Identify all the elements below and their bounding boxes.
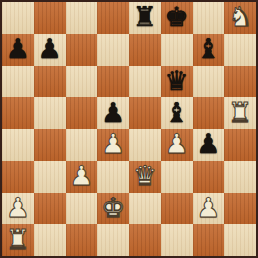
square-g1[interactable] bbox=[193, 224, 225, 256]
square-c5[interactable] bbox=[66, 97, 98, 129]
square-a7[interactable]: ♟ bbox=[2, 34, 34, 66]
square-b2[interactable] bbox=[34, 193, 66, 225]
square-h6[interactable] bbox=[224, 66, 256, 98]
square-b4[interactable] bbox=[34, 129, 66, 161]
square-d2[interactable]: ♚ bbox=[97, 193, 129, 225]
square-b5[interactable] bbox=[34, 97, 66, 129]
square-b3[interactable] bbox=[34, 161, 66, 193]
square-d3[interactable] bbox=[97, 161, 129, 193]
square-a4[interactable] bbox=[2, 129, 34, 161]
square-a2[interactable]: ♟ bbox=[2, 193, 34, 225]
chess-board: ♜♚♞♟♟♝♛♟♝♜♟♟♟♟♛♟♚♟♜ bbox=[0, 0, 258, 258]
square-f2[interactable] bbox=[161, 193, 193, 225]
square-e7[interactable] bbox=[129, 34, 161, 66]
square-f6[interactable]: ♛ bbox=[161, 66, 193, 98]
square-d5[interactable]: ♟ bbox=[97, 97, 129, 129]
white-pawn[interactable]: ♟ bbox=[101, 130, 125, 157]
square-g3[interactable] bbox=[193, 161, 225, 193]
square-e8[interactable]: ♜ bbox=[129, 2, 161, 34]
square-e2[interactable] bbox=[129, 193, 161, 225]
square-f3[interactable] bbox=[161, 161, 193, 193]
square-c7[interactable] bbox=[66, 34, 98, 66]
square-a1[interactable]: ♜ bbox=[2, 224, 34, 256]
square-h8[interactable]: ♞ bbox=[224, 2, 256, 34]
square-d4[interactable]: ♟ bbox=[97, 129, 129, 161]
white-knight[interactable]: ♞ bbox=[228, 3, 252, 30]
square-g6[interactable] bbox=[193, 66, 225, 98]
square-f5[interactable]: ♝ bbox=[161, 97, 193, 129]
white-king[interactable]: ♚ bbox=[101, 194, 125, 221]
black-bishop[interactable]: ♝ bbox=[165, 99, 189, 126]
square-h2[interactable] bbox=[224, 193, 256, 225]
white-rook[interactable]: ♜ bbox=[6, 226, 30, 253]
square-e5[interactable] bbox=[129, 97, 161, 129]
square-b7[interactable]: ♟ bbox=[34, 34, 66, 66]
square-b8[interactable] bbox=[34, 2, 66, 34]
white-pawn[interactable]: ♟ bbox=[165, 130, 189, 157]
square-c4[interactable] bbox=[66, 129, 98, 161]
square-e4[interactable] bbox=[129, 129, 161, 161]
square-g4[interactable]: ♟ bbox=[193, 129, 225, 161]
square-h1[interactable] bbox=[224, 224, 256, 256]
square-h5[interactable]: ♜ bbox=[224, 97, 256, 129]
black-pawn[interactable]: ♟ bbox=[101, 99, 125, 126]
square-h7[interactable] bbox=[224, 34, 256, 66]
square-e6[interactable] bbox=[129, 66, 161, 98]
square-b1[interactable] bbox=[34, 224, 66, 256]
black-king[interactable]: ♚ bbox=[165, 3, 189, 30]
square-c8[interactable] bbox=[66, 2, 98, 34]
white-pawn[interactable]: ♟ bbox=[6, 194, 30, 221]
square-f4[interactable]: ♟ bbox=[161, 129, 193, 161]
square-a5[interactable] bbox=[2, 97, 34, 129]
square-f8[interactable]: ♚ bbox=[161, 2, 193, 34]
square-e3[interactable]: ♛ bbox=[129, 161, 161, 193]
square-g2[interactable]: ♟ bbox=[193, 193, 225, 225]
square-c6[interactable] bbox=[66, 66, 98, 98]
square-d1[interactable] bbox=[97, 224, 129, 256]
black-pawn[interactable]: ♟ bbox=[6, 35, 30, 62]
square-g8[interactable] bbox=[193, 2, 225, 34]
square-g5[interactable] bbox=[193, 97, 225, 129]
black-bishop[interactable]: ♝ bbox=[196, 35, 220, 62]
black-pawn[interactable]: ♟ bbox=[196, 130, 220, 157]
square-c2[interactable] bbox=[66, 193, 98, 225]
square-c1[interactable] bbox=[66, 224, 98, 256]
square-g7[interactable]: ♝ bbox=[193, 34, 225, 66]
white-rook[interactable]: ♜ bbox=[228, 99, 252, 126]
square-b6[interactable] bbox=[34, 66, 66, 98]
square-c3[interactable]: ♟ bbox=[66, 161, 98, 193]
white-pawn[interactable]: ♟ bbox=[69, 162, 93, 189]
square-f1[interactable] bbox=[161, 224, 193, 256]
square-a6[interactable] bbox=[2, 66, 34, 98]
square-h3[interactable] bbox=[224, 161, 256, 193]
black-pawn[interactable]: ♟ bbox=[38, 35, 62, 62]
square-d8[interactable] bbox=[97, 2, 129, 34]
square-f7[interactable] bbox=[161, 34, 193, 66]
square-h4[interactable] bbox=[224, 129, 256, 161]
black-queen[interactable]: ♛ bbox=[165, 67, 189, 94]
black-rook[interactable]: ♜ bbox=[133, 3, 157, 30]
square-e1[interactable] bbox=[129, 224, 161, 256]
white-pawn[interactable]: ♟ bbox=[196, 194, 220, 221]
square-a8[interactable] bbox=[2, 2, 34, 34]
square-a3[interactable] bbox=[2, 161, 34, 193]
square-d7[interactable] bbox=[97, 34, 129, 66]
square-d6[interactable] bbox=[97, 66, 129, 98]
white-queen[interactable]: ♛ bbox=[133, 162, 157, 189]
